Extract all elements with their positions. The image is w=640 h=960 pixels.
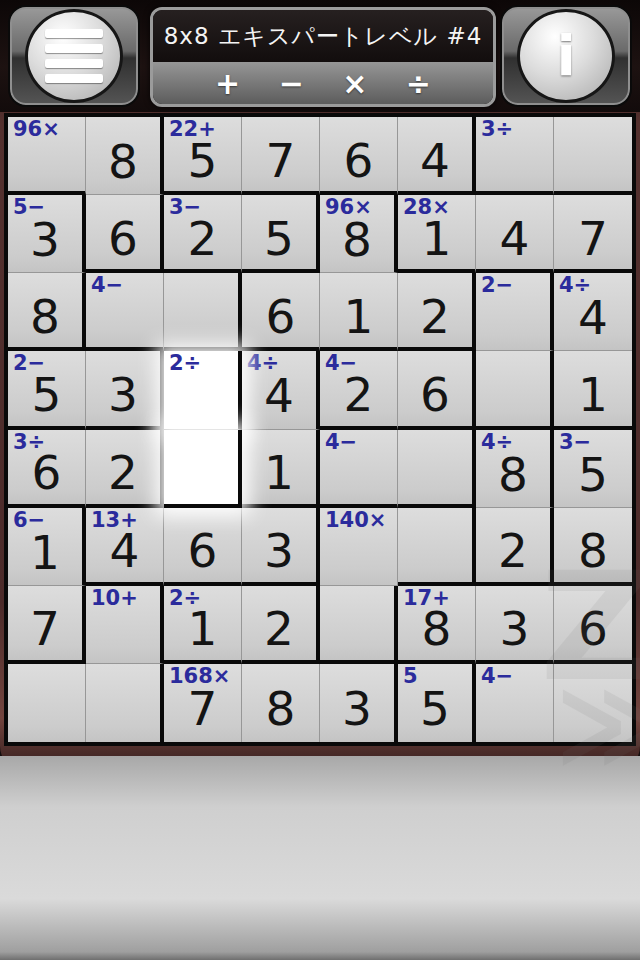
grid-cell-r8c4[interactable]: 8 — [242, 664, 320, 742]
grid-cell-r6c8[interactable]: 8 — [554, 508, 632, 586]
grid-cell-r5c7[interactable]: 4÷8 — [476, 430, 554, 508]
cell-value: 6 — [344, 137, 374, 184]
cell-value: 5 — [32, 371, 62, 418]
title-plate: 8x8 エキスパートレベル #4 + − × ÷ — [150, 7, 496, 107]
cage-label: 2− — [13, 351, 45, 376]
cell-value: 5 — [420, 685, 450, 732]
grid-cell-r3c7[interactable]: 2− — [476, 273, 554, 351]
cage-label: 3÷ — [481, 117, 513, 142]
grid-cell-r3c3[interactable] — [164, 273, 242, 351]
puzzle-title: 8x8 エキスパートレベル #4 — [153, 10, 493, 62]
grid-cell-r5c1[interactable]: 3÷6 — [8, 430, 86, 508]
cell-value: 6 — [32, 449, 62, 496]
cage-label: 3− — [169, 195, 201, 220]
bottom-panel: 12345678 ↺↻ — [0, 756, 640, 960]
cell-value: 2 — [188, 215, 218, 262]
grid-cell-r7c5[interactable] — [320, 586, 398, 664]
grid-cell-r8c2[interactable] — [86, 664, 164, 742]
grid-cell-r8c8[interactable] — [554, 664, 632, 742]
cage-label: 13+ — [91, 508, 138, 533]
grid-cell-r5c2[interactable]: 2 — [86, 430, 164, 508]
grid-cell-r1c1[interactable]: 96× — [8, 117, 86, 195]
grid-cell-r1c3[interactable]: 22+5 — [164, 117, 242, 195]
cell-value: 2 — [108, 449, 138, 496]
grid-cell-r6c6[interactable] — [398, 508, 476, 586]
grid-cell-r4c5[interactable]: 4−2 — [320, 351, 398, 429]
grid-cell-r5c5[interactable]: 4− — [320, 430, 398, 508]
grid-cell-r7c3[interactable]: 2÷1 — [164, 586, 242, 664]
grid-cell-r6c1[interactable]: 6−1 — [8, 508, 86, 586]
cage-label: 4− — [325, 351, 357, 376]
grid-cell-r3c1[interactable]: 8 — [8, 273, 86, 351]
operators-label: + − × ÷ — [153, 62, 493, 104]
header: 8x8 エキスパートレベル #4 + − × ÷ i — [0, 0, 640, 112]
cell-value: 5 — [264, 215, 294, 262]
cell-value: 6 — [578, 605, 608, 652]
cell-value: 1 — [188, 605, 218, 652]
cage-label: 2− — [481, 273, 513, 298]
cell-value: 3 — [108, 371, 138, 418]
grid-cell-r7c6[interactable]: 17+8 — [398, 586, 476, 664]
cell-value: 2 — [264, 605, 294, 652]
cage-label: 2÷ — [169, 586, 201, 611]
grid-cell-r4c1[interactable]: 2−5 — [8, 351, 86, 429]
grid-cell-r7c2[interactable]: 10+ — [86, 586, 164, 664]
cage-label: 96× — [13, 117, 60, 142]
grid-cell-r2c4[interactable]: 5 — [242, 195, 320, 273]
cell-value: 1 — [30, 529, 60, 576]
grid-cell-r6c5[interactable]: 140× — [320, 508, 398, 586]
grid-cell-r1c8[interactable] — [554, 117, 632, 195]
grid-cell-r5c8[interactable]: 3−5 — [554, 430, 632, 508]
cell-value: 4 — [500, 215, 530, 262]
grid-cell-r1c5[interactable]: 6 — [320, 117, 398, 195]
grid-cell-r5c6[interactable] — [398, 430, 476, 508]
grid-cell-r6c4[interactable]: 3 — [242, 508, 320, 586]
info-button[interactable]: i — [500, 5, 632, 107]
grid-cell-r2c6[interactable]: 28×1 — [398, 195, 476, 273]
cell-value: 7 — [30, 605, 60, 652]
cell-value: 2 — [344, 371, 374, 418]
cell-value: 6 — [108, 215, 138, 262]
grid-cell-r1c7[interactable]: 3÷ — [476, 117, 554, 195]
cell-value: 7 — [578, 215, 608, 262]
cell-value: 4 — [420, 137, 450, 184]
grid-cell-r6c7[interactable]: 2 — [476, 508, 554, 586]
cell-value: 7 — [188, 685, 218, 732]
cage-label: 10+ — [91, 586, 138, 611]
grid-cell-r3c8[interactable]: 4÷4 — [554, 273, 632, 351]
cage-label: 96× — [325, 195, 372, 220]
cell-value: 5 — [188, 137, 218, 184]
grid-cell-r1c2[interactable]: 8 — [86, 117, 164, 195]
cage-label: 3− — [559, 430, 591, 455]
grid-cell-r4c8[interactable]: 1 — [554, 351, 632, 429]
grid-cell-r5c3[interactable] — [164, 430, 242, 508]
cell-value: 8 — [266, 685, 296, 732]
cell-value: 6 — [188, 527, 218, 574]
cell-value: 4 — [264, 372, 294, 419]
cell-value: 8 — [30, 293, 60, 340]
grid-cell-r5c4[interactable]: 1 — [242, 430, 320, 508]
cell-value: 5 — [578, 451, 608, 498]
grid-cell-r8c1[interactable] — [8, 664, 86, 742]
cage-label: 4− — [481, 664, 513, 689]
cage-label: 28× — [403, 195, 450, 220]
grid-cell-r7c8[interactable]: 6 — [554, 586, 632, 664]
cell-value: 8 — [342, 216, 372, 263]
cage-label: 5 — [403, 664, 418, 689]
cage-label: 6− — [13, 508, 45, 533]
cage-label: 4÷ — [559, 273, 591, 298]
grid-cell-r6c3[interactable]: 6 — [164, 508, 242, 586]
cell-value: 7 — [266, 137, 296, 184]
grid-cell-r3c2[interactable]: 4− — [86, 273, 164, 351]
cage-label: 17+ — [403, 586, 450, 611]
cage-label: 168× — [169, 664, 230, 689]
grid-cell-r8c3[interactable]: 168×7 — [164, 664, 242, 742]
cell-value: 4 — [578, 294, 608, 341]
cage-label: 4÷ — [481, 430, 513, 455]
cell-value: 6 — [420, 371, 450, 418]
grid-cell-r2c3[interactable]: 3−2 — [164, 195, 242, 273]
hamburger-icon — [25, 9, 123, 103]
cell-value: 8 — [422, 605, 452, 652]
info-icon: i — [517, 9, 615, 103]
grid-cell-r4c3[interactable]: 2÷ — [164, 351, 242, 429]
grid-cell-r2c7[interactable]: 4 — [476, 195, 554, 273]
puzzle-grid: 96×822+57643÷5−363−2596×828×14784−6122−4… — [4, 113, 636, 746]
grid-cell-r4c7[interactable] — [476, 351, 554, 429]
cell-value: 1 — [578, 371, 608, 418]
cell-value: 1 — [264, 449, 294, 496]
cell-value: 2 — [498, 527, 528, 574]
cage-label: 3÷ — [13, 430, 45, 455]
grid-cell-r7c7[interactable]: 3 — [476, 586, 554, 664]
grid-cell-r4c4[interactable]: 4÷4 — [242, 351, 320, 429]
cage-label: 140× — [325, 508, 386, 533]
grid-cell-r8c5[interactable]: 3 — [320, 664, 398, 742]
cell-value: 3 — [342, 685, 372, 732]
grid-cell-r4c6[interactable]: 6 — [398, 351, 476, 429]
grid-cell-r7c4[interactable]: 2 — [242, 586, 320, 664]
cell-value: 3 — [500, 605, 530, 652]
grid-cell-r4c2[interactable]: 3 — [86, 351, 164, 429]
cell-value: 3 — [30, 216, 60, 263]
cell-value: 2 — [420, 293, 450, 340]
cell-value: 3 — [264, 527, 294, 574]
grid-cell-r3c4[interactable]: 6 — [242, 273, 320, 351]
cell-value: 1 — [422, 215, 452, 262]
grid-cell-r2c5[interactable]: 96×8 — [320, 195, 398, 273]
grid-cell-r2c1[interactable]: 5−3 — [8, 195, 86, 273]
kenken-app: 8x8 エキスパートレベル #4 + − × ÷ i 96×822+57643÷… — [0, 0, 640, 960]
grid-cell-r8c7[interactable]: 4− — [476, 664, 554, 742]
menu-button[interactable] — [8, 5, 140, 107]
grid-cell-r3c5[interactable]: 1 — [320, 273, 398, 351]
cage-label: 4− — [91, 273, 123, 298]
cell-value: 6 — [266, 293, 296, 340]
grid-cell-r2c2[interactable]: 6 — [86, 195, 164, 273]
cage-label: 2÷ — [169, 351, 201, 376]
cell-value: 8 — [498, 451, 528, 498]
cell-value: 1 — [344, 293, 374, 340]
grid-cell-r2c8[interactable]: 7 — [554, 195, 632, 273]
cage-label: 5− — [13, 195, 45, 220]
grid-cell-r1c6[interactable]: 4 — [398, 117, 476, 195]
cage-label: 22+ — [169, 117, 216, 142]
grid-cell-r3c6[interactable]: 2 — [398, 273, 476, 351]
cell-value: 8 — [108, 138, 138, 185]
cell-value: 8 — [578, 527, 608, 574]
grid-cell-r1c4[interactable]: 7 — [242, 117, 320, 195]
cell-value: 4 — [110, 527, 140, 574]
cage-label: 4÷ — [247, 351, 279, 376]
grid-cell-r6c2[interactable]: 13+4 — [86, 508, 164, 586]
grid-cell-r7c1[interactable]: 7 — [8, 586, 86, 664]
grid-cell-r8c6[interactable]: 55 — [398, 664, 476, 742]
cage-label: 4− — [325, 430, 357, 455]
